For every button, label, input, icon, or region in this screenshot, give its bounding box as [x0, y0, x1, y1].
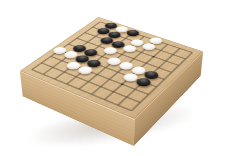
go-board [23, 40, 201, 146]
scene [0, 0, 230, 156]
grid-line [51, 56, 149, 94]
product-photo [0, 0, 230, 156]
grid-line [60, 50, 157, 87]
grid-line [105, 44, 168, 99]
